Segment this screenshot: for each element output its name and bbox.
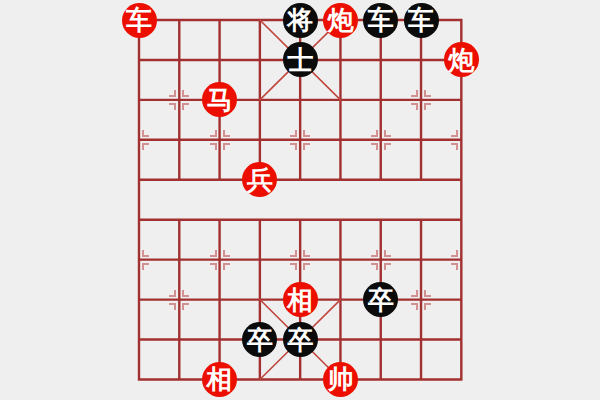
black-advisor[interactable]: 士 [283,42,318,77]
xiangqi-diagram: 车将炮车车士炮马兵相卒卒卒相帅 [0,0,600,400]
pieces-layer: 车将炮车车士炮马兵相卒卒卒相帅 [0,0,600,400]
black-soldier[interactable]: 卒 [283,322,318,357]
red-chariot[interactable]: 车 [122,3,157,38]
black-chariot[interactable]: 车 [363,3,398,38]
red-general[interactable]: 帅 [323,362,358,397]
red-elephant[interactable]: 相 [283,282,318,317]
red-soldier[interactable]: 兵 [242,162,277,197]
red-elephant[interactable]: 相 [202,362,237,397]
red-cannon[interactable]: 炮 [323,3,358,38]
red-cannon[interactable]: 炮 [444,42,479,77]
red-horse[interactable]: 马 [202,82,237,117]
black-general[interactable]: 将 [283,3,318,38]
black-chariot[interactable]: 车 [404,3,439,38]
black-soldier[interactable]: 卒 [363,282,398,317]
black-soldier[interactable]: 卒 [242,322,277,357]
